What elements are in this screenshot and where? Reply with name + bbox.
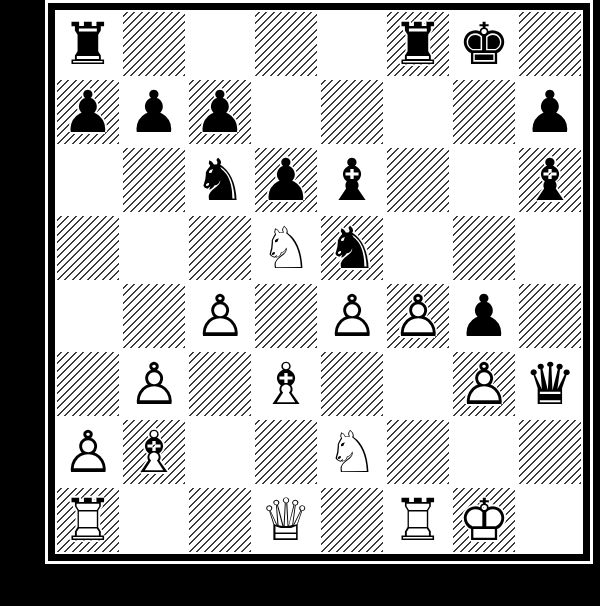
piece-white-rook[interactable]: ♜♖ bbox=[55, 486, 121, 554]
piece-glyph-outline: ♘ bbox=[253, 214, 319, 282]
square-h8[interactable] bbox=[517, 10, 583, 78]
square-b6[interactable] bbox=[121, 146, 187, 214]
piece-black-pawn[interactable]: ♟ bbox=[187, 78, 253, 146]
square-h5[interactable] bbox=[517, 214, 583, 282]
square-h1[interactable] bbox=[517, 486, 583, 554]
piece-glyph-fill: ♜ bbox=[55, 10, 121, 78]
piece-black-knight[interactable]: ♞ bbox=[319, 214, 385, 282]
piece-white-rook[interactable]: ♜♖ bbox=[385, 486, 451, 554]
piece-glyph-outline: ♙ bbox=[187, 282, 253, 350]
piece-glyph-outline: ♙ bbox=[55, 418, 121, 486]
square-a8[interactable]: ♜ bbox=[55, 10, 121, 78]
square-e1[interactable] bbox=[319, 486, 385, 554]
square-c7[interactable]: ♟ bbox=[187, 78, 253, 146]
square-c3[interactable] bbox=[187, 350, 253, 418]
square-f6[interactable] bbox=[385, 146, 451, 214]
square-a7[interactable]: ♟ bbox=[55, 78, 121, 146]
square-d3[interactable]: ♝♗ bbox=[253, 350, 319, 418]
square-d5[interactable]: ♞♘ bbox=[253, 214, 319, 282]
piece-glyph-fill: ♞ bbox=[187, 146, 253, 214]
square-e3[interactable] bbox=[319, 350, 385, 418]
square-e8[interactable] bbox=[319, 10, 385, 78]
square-e5[interactable]: ♞ bbox=[319, 214, 385, 282]
square-a3[interactable] bbox=[55, 350, 121, 418]
piece-white-king[interactable]: ♚♔ bbox=[451, 486, 517, 554]
piece-black-pawn[interactable]: ♟ bbox=[451, 282, 517, 350]
piece-glyph-fill: ♝ bbox=[319, 146, 385, 214]
square-e4[interactable]: ♟♙ bbox=[319, 282, 385, 350]
piece-black-rook[interactable]: ♜ bbox=[385, 10, 451, 78]
square-f7[interactable] bbox=[385, 78, 451, 146]
square-g2[interactable] bbox=[451, 418, 517, 486]
square-c5[interactable] bbox=[187, 214, 253, 282]
square-e7[interactable] bbox=[319, 78, 385, 146]
page-background: { "game": "chess", "board_orientation": … bbox=[0, 0, 600, 606]
square-c6[interactable]: ♞ bbox=[187, 146, 253, 214]
piece-black-queen[interactable]: ♛ bbox=[517, 350, 583, 418]
piece-white-pawn[interactable]: ♟♙ bbox=[385, 282, 451, 350]
piece-glyph-fill: ♜ bbox=[385, 10, 451, 78]
square-h6[interactable]: ♝ bbox=[517, 146, 583, 214]
square-d8[interactable] bbox=[253, 10, 319, 78]
piece-glyph-outline: ♖ bbox=[55, 486, 121, 554]
square-c8[interactable] bbox=[187, 10, 253, 78]
square-f1[interactable]: ♜♖ bbox=[385, 486, 451, 554]
square-b2[interactable]: ♝♗ bbox=[121, 418, 187, 486]
square-e2[interactable]: ♞♘ bbox=[319, 418, 385, 486]
piece-glyph-fill: ♟ bbox=[451, 282, 517, 350]
square-a5[interactable] bbox=[55, 214, 121, 282]
square-e6[interactable]: ♝ bbox=[319, 146, 385, 214]
piece-glyph-outline: ♙ bbox=[385, 282, 451, 350]
piece-white-pawn[interactable]: ♟♙ bbox=[55, 418, 121, 486]
square-g5[interactable] bbox=[451, 214, 517, 282]
piece-white-knight[interactable]: ♞♘ bbox=[253, 214, 319, 282]
piece-glyph-fill: ♚ bbox=[451, 10, 517, 78]
piece-black-pawn[interactable]: ♟ bbox=[55, 78, 121, 146]
piece-glyph-fill: ♛ bbox=[517, 350, 583, 418]
square-c1[interactable] bbox=[187, 486, 253, 554]
square-b7[interactable]: ♟ bbox=[121, 78, 187, 146]
board-frame: ♜♜♚♟♟♟♟♞♟♝♝♞♘♞♟♙♟♙♟♙♟♟♙♝♗♟♙♛♟♙♝♗♞♘♜♖♛♕♜♖… bbox=[48, 3, 590, 561]
square-d2[interactable] bbox=[253, 418, 319, 486]
piece-glyph-fill: ♟ bbox=[253, 146, 319, 214]
piece-glyph-outline: ♙ bbox=[121, 350, 187, 418]
square-g1[interactable]: ♚♔ bbox=[451, 486, 517, 554]
piece-black-knight[interactable]: ♞ bbox=[187, 146, 253, 214]
piece-glyph-outline: ♙ bbox=[451, 350, 517, 418]
piece-glyph-outline: ♗ bbox=[253, 350, 319, 418]
piece-black-king[interactable]: ♚ bbox=[451, 10, 517, 78]
piece-white-pawn[interactable]: ♟♙ bbox=[451, 350, 517, 418]
chess-board: ♜♜♚♟♟♟♟♞♟♝♝♞♘♞♟♙♟♙♟♙♟♟♙♝♗♟♙♛♟♙♝♗♞♘♜♖♛♕♜♖… bbox=[55, 10, 583, 554]
piece-white-pawn[interactable]: ♟♙ bbox=[319, 282, 385, 350]
piece-black-pawn[interactable]: ♟ bbox=[517, 78, 583, 146]
piece-glyph-outline: ♗ bbox=[121, 418, 187, 486]
square-b3[interactable]: ♟♙ bbox=[121, 350, 187, 418]
square-f4[interactable]: ♟♙ bbox=[385, 282, 451, 350]
piece-glyph-fill: ♟ bbox=[121, 78, 187, 146]
piece-glyph-outline: ♖ bbox=[385, 486, 451, 554]
square-g3[interactable]: ♟♙ bbox=[451, 350, 517, 418]
piece-white-pawn[interactable]: ♟♙ bbox=[187, 282, 253, 350]
square-d6[interactable]: ♟ bbox=[253, 146, 319, 214]
piece-black-bishop[interactable]: ♝ bbox=[319, 146, 385, 214]
piece-glyph-outline: ♘ bbox=[319, 418, 385, 486]
piece-white-pawn[interactable]: ♟♙ bbox=[121, 350, 187, 418]
piece-glyph-fill: ♟ bbox=[517, 78, 583, 146]
square-d4[interactable] bbox=[253, 282, 319, 350]
chess-diagram: ♜♜♚♟♟♟♟♞♟♝♝♞♘♞♟♙♟♙♟♙♟♟♙♝♗♟♙♛♟♙♝♗♞♘♜♖♛♕♜♖… bbox=[45, 0, 593, 564]
square-g6[interactable] bbox=[451, 146, 517, 214]
square-h7[interactable]: ♟ bbox=[517, 78, 583, 146]
square-a6[interactable] bbox=[55, 146, 121, 214]
square-a1[interactable]: ♜♖ bbox=[55, 486, 121, 554]
square-a2[interactable]: ♟♙ bbox=[55, 418, 121, 486]
piece-white-queen[interactable]: ♛♕ bbox=[253, 486, 319, 554]
square-h4[interactable] bbox=[517, 282, 583, 350]
square-c2[interactable] bbox=[187, 418, 253, 486]
piece-glyph-fill: ♝ bbox=[517, 146, 583, 214]
square-f3[interactable] bbox=[385, 350, 451, 418]
piece-white-knight[interactable]: ♞♘ bbox=[319, 418, 385, 486]
square-h3[interactable]: ♛ bbox=[517, 350, 583, 418]
piece-glyph-outline: ♙ bbox=[319, 282, 385, 350]
piece-glyph-fill: ♟ bbox=[55, 78, 121, 146]
square-d7[interactable] bbox=[253, 78, 319, 146]
piece-white-bishop[interactable]: ♝♗ bbox=[253, 350, 319, 418]
square-b8[interactable] bbox=[121, 10, 187, 78]
square-c4[interactable]: ♟♙ bbox=[187, 282, 253, 350]
square-b4[interactable] bbox=[121, 282, 187, 350]
square-a4[interactable] bbox=[55, 282, 121, 350]
piece-glyph-outline: ♔ bbox=[451, 486, 517, 554]
piece-glyph-fill: ♞ bbox=[319, 214, 385, 282]
piece-black-pawn[interactable]: ♟ bbox=[121, 78, 187, 146]
piece-black-pawn[interactable]: ♟ bbox=[253, 146, 319, 214]
square-g7[interactable] bbox=[451, 78, 517, 146]
square-g8[interactable]: ♚ bbox=[451, 10, 517, 78]
piece-glyph-outline: ♕ bbox=[253, 486, 319, 554]
piece-black-rook[interactable]: ♜ bbox=[55, 10, 121, 78]
piece-white-bishop[interactable]: ♝♗ bbox=[121, 418, 187, 486]
square-f2[interactable] bbox=[385, 418, 451, 486]
square-b5[interactable] bbox=[121, 214, 187, 282]
square-f8[interactable]: ♜ bbox=[385, 10, 451, 78]
square-g4[interactable]: ♟ bbox=[451, 282, 517, 350]
piece-black-bishop[interactable]: ♝ bbox=[517, 146, 583, 214]
piece-glyph-fill: ♟ bbox=[187, 78, 253, 146]
square-f5[interactable] bbox=[385, 214, 451, 282]
square-d1[interactable]: ♛♕ bbox=[253, 486, 319, 554]
square-h2[interactable] bbox=[517, 418, 583, 486]
square-b1[interactable] bbox=[121, 486, 187, 554]
